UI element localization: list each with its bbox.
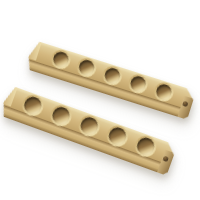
hole-bore (51, 50, 70, 69)
hole-bore (78, 114, 100, 136)
hole-bore (50, 104, 72, 126)
hole-bore (103, 66, 122, 85)
hole-bore (77, 58, 96, 77)
hole-bore (22, 94, 44, 116)
hole-bore (128, 74, 147, 93)
photo-stage (0, 0, 200, 200)
hole-bore (154, 82, 173, 101)
hole-bore (135, 135, 157, 157)
hole-bore (106, 125, 128, 147)
